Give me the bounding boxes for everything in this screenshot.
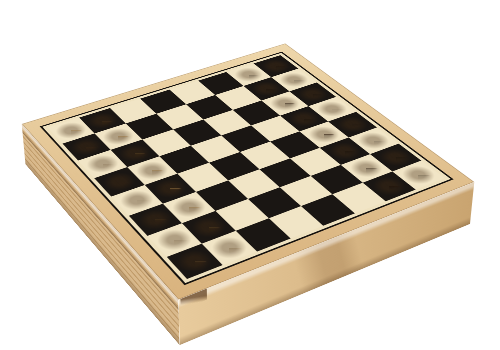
piece-glyph: ♜ [161, 228, 229, 265]
piece-glyph: ♟ [358, 160, 421, 190]
product-photo-scene: ♜♞♝♛♚♝♞♜♟♟♟♟♟♟♟♟♟♟♟♟♟♟♟♟♜♞♝♛♚♝♞♜ [0, 0, 500, 350]
chess-box: ♜♞♝♛♚♝♞♜♟♟♟♟♟♟♟♟♟♟♟♟♟♟♟♟♜♞♝♛♚♝♞♜ [22, 44, 475, 300]
